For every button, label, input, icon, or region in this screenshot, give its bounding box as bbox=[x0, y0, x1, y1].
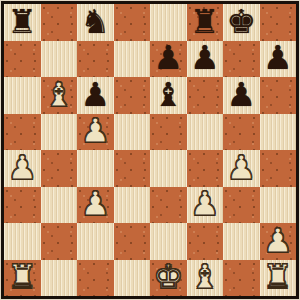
square-a1[interactable]: ♜ bbox=[4, 260, 41, 297]
piece-black-pawn: ♟ bbox=[190, 41, 220, 74]
square-g3[interactable] bbox=[223, 187, 260, 224]
piece-white-rook: ♜ bbox=[7, 260, 37, 293]
square-a7[interactable] bbox=[4, 41, 41, 78]
square-h6[interactable] bbox=[260, 77, 297, 114]
square-b4[interactable] bbox=[41, 150, 78, 187]
square-f4[interactable] bbox=[187, 150, 224, 187]
square-b5[interactable] bbox=[41, 114, 78, 151]
piece-black-knight: ♞ bbox=[80, 5, 110, 38]
square-c6[interactable]: ♟ bbox=[77, 77, 114, 114]
square-f6[interactable] bbox=[187, 77, 224, 114]
piece-white-king: ♚ bbox=[153, 260, 183, 293]
square-a8[interactable]: ♜ bbox=[4, 4, 41, 41]
square-g8[interactable]: ♚ bbox=[223, 4, 260, 41]
square-e4[interactable] bbox=[150, 150, 187, 187]
piece-white-bishop: ♝ bbox=[190, 260, 220, 293]
square-e3[interactable] bbox=[150, 187, 187, 224]
square-h2[interactable]: ♟ bbox=[260, 223, 297, 260]
piece-white-rook: ♜ bbox=[263, 260, 293, 293]
board-frame: ♜♞♜♚♟♟♟♝♟♝♟♟♟♟♟♟♟♜♚♝♜ bbox=[0, 0, 300, 300]
square-b2[interactable] bbox=[41, 223, 78, 260]
square-f1[interactable]: ♝ bbox=[187, 260, 224, 297]
square-d3[interactable] bbox=[114, 187, 151, 224]
square-g4[interactable]: ♟ bbox=[223, 150, 260, 187]
square-h7[interactable]: ♟ bbox=[260, 41, 297, 78]
piece-black-pawn: ♟ bbox=[153, 41, 183, 74]
square-d2[interactable] bbox=[114, 223, 151, 260]
square-c1[interactable] bbox=[77, 260, 114, 297]
chess-board: ♜♞♜♚♟♟♟♝♟♝♟♟♟♟♟♟♟♜♚♝♜ bbox=[4, 4, 296, 296]
square-f5[interactable] bbox=[187, 114, 224, 151]
square-h5[interactable] bbox=[260, 114, 297, 151]
square-e1[interactable]: ♚ bbox=[150, 260, 187, 297]
piece-black-pawn: ♟ bbox=[80, 78, 110, 111]
square-e8[interactable] bbox=[150, 4, 187, 41]
square-d1[interactable] bbox=[114, 260, 151, 297]
square-b7[interactable] bbox=[41, 41, 78, 78]
square-a5[interactable] bbox=[4, 114, 41, 151]
square-d5[interactable] bbox=[114, 114, 151, 151]
square-a6[interactable] bbox=[4, 77, 41, 114]
square-g5[interactable] bbox=[223, 114, 260, 151]
square-g1[interactable] bbox=[223, 260, 260, 297]
square-e5[interactable] bbox=[150, 114, 187, 151]
square-h8[interactable] bbox=[260, 4, 297, 41]
square-d4[interactable] bbox=[114, 150, 151, 187]
square-c7[interactable] bbox=[77, 41, 114, 78]
square-f7[interactable]: ♟ bbox=[187, 41, 224, 78]
square-c3[interactable]: ♟ bbox=[77, 187, 114, 224]
square-f3[interactable]: ♟ bbox=[187, 187, 224, 224]
piece-white-bishop: ♝ bbox=[44, 78, 74, 111]
square-d7[interactable] bbox=[114, 41, 151, 78]
piece-white-pawn: ♟ bbox=[80, 114, 110, 147]
square-h1[interactable]: ♜ bbox=[260, 260, 297, 297]
piece-black-rook: ♜ bbox=[190, 5, 220, 38]
square-g2[interactable] bbox=[223, 223, 260, 260]
piece-black-king: ♚ bbox=[226, 5, 256, 38]
square-g7[interactable] bbox=[223, 41, 260, 78]
square-a2[interactable] bbox=[4, 223, 41, 260]
square-h3[interactable] bbox=[260, 187, 297, 224]
piece-black-bishop: ♝ bbox=[153, 78, 183, 111]
square-c5[interactable]: ♟ bbox=[77, 114, 114, 151]
square-c2[interactable] bbox=[77, 223, 114, 260]
square-b8[interactable] bbox=[41, 4, 78, 41]
square-e2[interactable] bbox=[150, 223, 187, 260]
square-d6[interactable] bbox=[114, 77, 151, 114]
piece-black-pawn: ♟ bbox=[226, 78, 256, 111]
square-e6[interactable]: ♝ bbox=[150, 77, 187, 114]
square-f2[interactable] bbox=[187, 223, 224, 260]
square-f8[interactable]: ♜ bbox=[187, 4, 224, 41]
square-g6[interactable]: ♟ bbox=[223, 77, 260, 114]
piece-white-pawn: ♟ bbox=[190, 187, 220, 220]
square-c4[interactable] bbox=[77, 150, 114, 187]
square-c8[interactable]: ♞ bbox=[77, 4, 114, 41]
square-b1[interactable] bbox=[41, 260, 78, 297]
piece-white-pawn: ♟ bbox=[80, 187, 110, 220]
square-a4[interactable]: ♟ bbox=[4, 150, 41, 187]
piece-white-pawn: ♟ bbox=[7, 151, 37, 184]
piece-black-pawn: ♟ bbox=[263, 41, 293, 74]
square-a3[interactable] bbox=[4, 187, 41, 224]
square-e7[interactable]: ♟ bbox=[150, 41, 187, 78]
square-h4[interactable] bbox=[260, 150, 297, 187]
square-b3[interactable] bbox=[41, 187, 78, 224]
square-d8[interactable] bbox=[114, 4, 151, 41]
piece-black-rook: ♜ bbox=[7, 5, 37, 38]
piece-white-pawn: ♟ bbox=[263, 224, 293, 257]
square-b6[interactable]: ♝ bbox=[41, 77, 78, 114]
piece-white-pawn: ♟ bbox=[226, 151, 256, 184]
